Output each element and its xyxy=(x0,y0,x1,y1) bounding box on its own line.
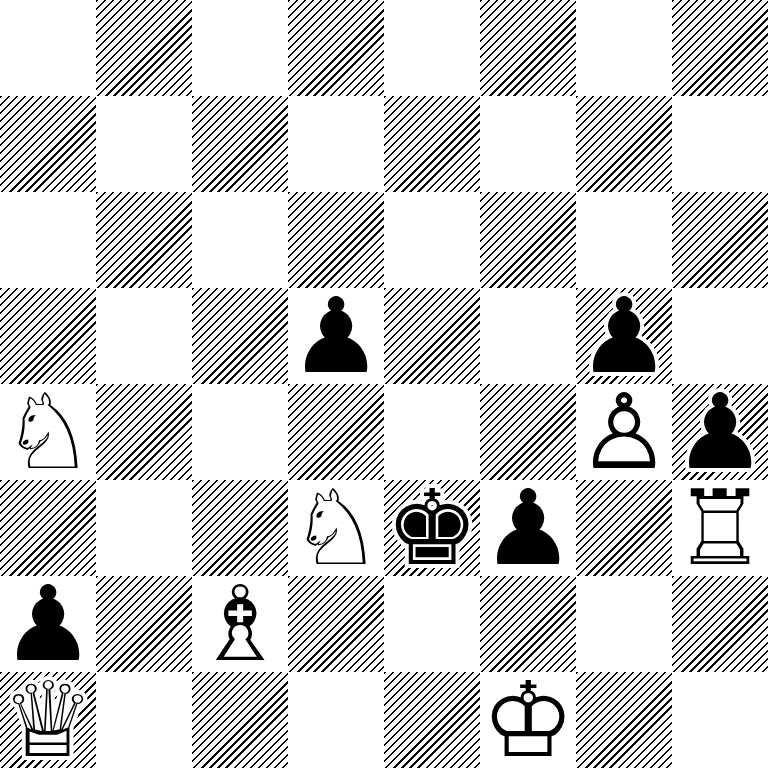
square-c5[interactable] xyxy=(192,288,288,384)
square-g6[interactable] xyxy=(576,192,672,288)
square-h2[interactable] xyxy=(672,576,768,672)
square-e6[interactable] xyxy=(384,192,480,288)
white-bishop-halo: ♝ xyxy=(193,576,286,672)
black-pawn: ♟♟ xyxy=(0,576,96,672)
square-b7[interactable] xyxy=(96,96,192,192)
square-c1[interactable] xyxy=(192,672,288,768)
black-pawn-glyph: ♟ xyxy=(289,288,382,384)
black-pawn: ♟♟ xyxy=(576,288,672,384)
square-b2[interactable] xyxy=(96,576,192,672)
square-c6[interactable] xyxy=(192,192,288,288)
white-king-glyph: ♔ xyxy=(481,672,574,768)
square-d5[interactable]: ♟♟ xyxy=(288,288,384,384)
square-g5[interactable]: ♟♟ xyxy=(576,288,672,384)
white-king: ♚♔ xyxy=(480,672,576,768)
square-h8[interactable] xyxy=(672,0,768,96)
white-knight: ♞♘ xyxy=(0,384,96,480)
black-pawn: ♟♟ xyxy=(672,384,768,480)
black-pawn: ♟♟ xyxy=(288,288,384,384)
square-c4[interactable] xyxy=(192,384,288,480)
chess-board: ♟♟♟♟♞♘♟♙♟♟♞♘♚♚♟♟♜♖♟♟♝♗♛♕♚♔ xyxy=(0,0,768,768)
square-c8[interactable] xyxy=(192,0,288,96)
square-c2[interactable]: ♝♗ xyxy=(192,576,288,672)
square-f7[interactable] xyxy=(480,96,576,192)
square-f8[interactable] xyxy=(480,0,576,96)
square-h4[interactable]: ♟♟ xyxy=(672,384,768,480)
square-h7[interactable] xyxy=(672,96,768,192)
white-pawn-glyph: ♙ xyxy=(577,384,670,480)
square-a1[interactable]: ♛♕ xyxy=(0,672,96,768)
black-pawn-halo: ♟ xyxy=(481,480,574,576)
square-h1[interactable] xyxy=(672,672,768,768)
square-d1[interactable] xyxy=(288,672,384,768)
square-a8[interactable] xyxy=(0,0,96,96)
black-pawn: ♟♟ xyxy=(480,480,576,576)
white-queen-glyph: ♕ xyxy=(1,672,94,768)
white-knight-halo: ♞ xyxy=(1,384,94,480)
square-g4[interactable]: ♟♙ xyxy=(576,384,672,480)
square-d7[interactable] xyxy=(288,96,384,192)
square-f6[interactable] xyxy=(480,192,576,288)
square-c7[interactable] xyxy=(192,96,288,192)
square-a6[interactable] xyxy=(0,192,96,288)
square-h5[interactable] xyxy=(672,288,768,384)
square-e4[interactable] xyxy=(384,384,480,480)
square-g8[interactable] xyxy=(576,0,672,96)
square-b5[interactable] xyxy=(96,288,192,384)
white-knight-glyph: ♘ xyxy=(1,384,94,480)
black-king-glyph: ♚ xyxy=(385,480,478,576)
square-a5[interactable] xyxy=(0,288,96,384)
white-knight-glyph: ♘ xyxy=(289,480,382,576)
square-b3[interactable] xyxy=(96,480,192,576)
white-knight-halo: ♞ xyxy=(289,480,382,576)
white-queen: ♛♕ xyxy=(0,672,96,768)
black-pawn-halo: ♟ xyxy=(577,288,670,384)
square-d6[interactable] xyxy=(288,192,384,288)
white-rook-glyph: ♖ xyxy=(673,480,766,576)
white-queen-halo: ♛ xyxy=(1,672,94,768)
white-bishop: ♝♗ xyxy=(192,576,288,672)
square-a7[interactable] xyxy=(0,96,96,192)
square-c3[interactable] xyxy=(192,480,288,576)
square-b8[interactable] xyxy=(96,0,192,96)
square-f3[interactable]: ♟♟ xyxy=(480,480,576,576)
square-a3[interactable] xyxy=(0,480,96,576)
white-rook-halo: ♜ xyxy=(673,480,766,576)
square-g3[interactable] xyxy=(576,480,672,576)
square-d3[interactable]: ♞♘ xyxy=(288,480,384,576)
square-e7[interactable] xyxy=(384,96,480,192)
black-pawn-glyph: ♟ xyxy=(577,288,670,384)
square-e1[interactable] xyxy=(384,672,480,768)
white-bishop-glyph: ♗ xyxy=(193,576,286,672)
square-f1[interactable]: ♚♔ xyxy=(480,672,576,768)
square-g2[interactable] xyxy=(576,576,672,672)
square-f2[interactable] xyxy=(480,576,576,672)
black-king-halo: ♚ xyxy=(385,480,478,576)
black-pawn-glyph: ♟ xyxy=(1,576,94,672)
white-rook: ♜♖ xyxy=(672,480,768,576)
square-d4[interactable] xyxy=(288,384,384,480)
black-pawn-halo: ♟ xyxy=(673,384,766,480)
white-pawn: ♟♙ xyxy=(576,384,672,480)
square-a4[interactable]: ♞♘ xyxy=(0,384,96,480)
square-f4[interactable] xyxy=(480,384,576,480)
black-pawn-glyph: ♟ xyxy=(481,480,574,576)
square-g7[interactable] xyxy=(576,96,672,192)
square-f5[interactable] xyxy=(480,288,576,384)
square-g1[interactable] xyxy=(576,672,672,768)
square-h3[interactable]: ♜♖ xyxy=(672,480,768,576)
square-d8[interactable] xyxy=(288,0,384,96)
square-a2[interactable]: ♟♟ xyxy=(0,576,96,672)
white-king-halo: ♚ xyxy=(481,672,574,768)
square-e3[interactable]: ♚♚ xyxy=(384,480,480,576)
black-king: ♚♚ xyxy=(384,480,480,576)
black-pawn-glyph: ♟ xyxy=(673,384,766,480)
white-pawn-halo: ♟ xyxy=(577,384,670,480)
square-b1[interactable] xyxy=(96,672,192,768)
square-b6[interactable] xyxy=(96,192,192,288)
square-h6[interactable] xyxy=(672,192,768,288)
square-d2[interactable] xyxy=(288,576,384,672)
square-b4[interactable] xyxy=(96,384,192,480)
black-pawn-halo: ♟ xyxy=(289,288,382,384)
white-knight: ♞♘ xyxy=(288,480,384,576)
square-e2[interactable] xyxy=(384,576,480,672)
square-e8[interactable] xyxy=(384,0,480,96)
square-e5[interactable] xyxy=(384,288,480,384)
black-pawn-halo: ♟ xyxy=(1,576,94,672)
